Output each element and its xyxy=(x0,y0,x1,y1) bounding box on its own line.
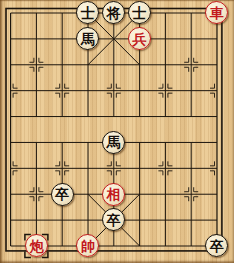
piece-black-soldier[interactable]: 卒 xyxy=(102,208,125,231)
piece-red-elephant[interactable]: 相 xyxy=(102,183,125,206)
piece-black-advisor[interactable]: 士 xyxy=(76,1,99,24)
piece-red-chariot[interactable]: 車 xyxy=(205,1,228,24)
piece-red-cannon[interactable]: 炮 xyxy=(25,234,48,257)
piece-black-advisor[interactable]: 士 xyxy=(128,1,151,24)
piece-black-soldier[interactable]: 卒 xyxy=(51,183,74,206)
piece-black-general[interactable]: 将 xyxy=(102,1,125,24)
piece-red-soldier[interactable]: 兵 xyxy=(128,27,151,50)
piece-grid: 士将士車馬兵馬卒相卒炮帥卒 xyxy=(0,0,230,259)
piece-red-general[interactable]: 帥 xyxy=(76,234,99,257)
piece-black-horse[interactable]: 馬 xyxy=(76,27,99,50)
xiangqi-board: 士将士車馬兵馬卒相卒炮帥卒 xyxy=(0,0,234,263)
piece-black-horse[interactable]: 馬 xyxy=(102,131,125,154)
piece-black-soldier[interactable]: 卒 xyxy=(205,234,228,257)
